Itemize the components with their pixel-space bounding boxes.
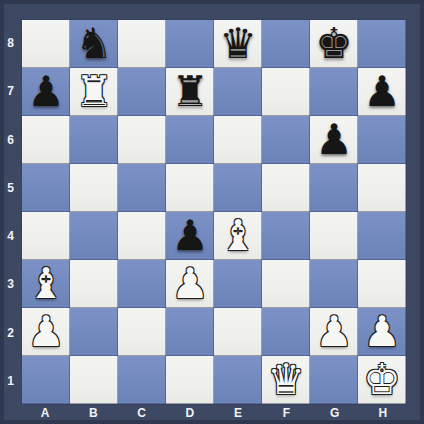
rank-label-8: 8 — [0, 19, 21, 67]
white-pawn[interactable]: ♟ — [310, 308, 358, 356]
square-f8[interactable] — [262, 20, 310, 68]
square-h4[interactable] — [358, 212, 406, 260]
square-c1[interactable] — [118, 356, 166, 404]
square-e7[interactable] — [214, 68, 262, 116]
square-g6[interactable]: ♟ — [310, 116, 358, 164]
square-c5[interactable] — [118, 164, 166, 212]
square-d6[interactable] — [166, 116, 214, 164]
black-knight[interactable]: ♞ — [70, 20, 118, 68]
rank-label-3: 3 — [0, 260, 21, 308]
square-a6[interactable] — [22, 116, 70, 164]
square-h2[interactable]: ♟ — [358, 308, 406, 356]
white-bishop[interactable]: ♝ — [214, 212, 262, 260]
square-g8[interactable]: ♚ — [310, 20, 358, 68]
square-f6[interactable] — [262, 116, 310, 164]
square-f4[interactable] — [262, 212, 310, 260]
square-h7[interactable]: ♟ — [358, 68, 406, 116]
square-g3[interactable] — [310, 260, 358, 308]
rank-label-6: 6 — [0, 116, 21, 164]
rank-label-7: 7 — [0, 67, 21, 115]
white-pawn[interactable]: ♟ — [358, 308, 406, 356]
black-pawn[interactable]: ♟ — [310, 116, 358, 164]
square-e2[interactable] — [214, 308, 262, 356]
black-pawn[interactable]: ♟ — [22, 68, 70, 116]
square-h6[interactable] — [358, 116, 406, 164]
square-g1[interactable] — [310, 356, 358, 404]
square-e5[interactable] — [214, 164, 262, 212]
square-h1[interactable]: ♚ — [358, 356, 406, 404]
file-label-a: A — [21, 404, 69, 421]
square-h8[interactable] — [358, 20, 406, 68]
rank-label-2: 2 — [0, 309, 21, 357]
file-label-d: D — [166, 404, 214, 421]
square-a4[interactable] — [22, 212, 70, 260]
square-h5[interactable] — [358, 164, 406, 212]
square-e4[interactable]: ♝ — [214, 212, 262, 260]
file-labels: ABCDEFGH — [21, 404, 407, 421]
rank-label-4: 4 — [0, 212, 21, 260]
file-label-f: F — [262, 404, 310, 421]
square-a1[interactable] — [22, 356, 70, 404]
square-g5[interactable] — [310, 164, 358, 212]
square-b8[interactable]: ♞ — [70, 20, 118, 68]
square-a7[interactable]: ♟ — [22, 68, 70, 116]
file-label-b: B — [69, 404, 117, 421]
white-pawn[interactable]: ♟ — [166, 260, 214, 308]
white-queen[interactable]: ♛ — [262, 356, 310, 404]
square-g4[interactable] — [310, 212, 358, 260]
square-f2[interactable] — [262, 308, 310, 356]
square-c6[interactable] — [118, 116, 166, 164]
black-rook[interactable]: ♜ — [166, 68, 214, 116]
square-a5[interactable] — [22, 164, 70, 212]
square-c3[interactable] — [118, 260, 166, 308]
rank-label-1: 1 — [0, 357, 21, 405]
chess-board[interactable]: ♞♛♚♟♜♜♟♟♟♝♝♟♟♟♟♛♚ — [21, 19, 407, 405]
square-d5[interactable] — [166, 164, 214, 212]
square-b4[interactable] — [70, 212, 118, 260]
square-e6[interactable] — [214, 116, 262, 164]
square-e1[interactable] — [214, 356, 262, 404]
square-g7[interactable] — [310, 68, 358, 116]
rank-label-5: 5 — [0, 164, 21, 212]
black-pawn[interactable]: ♟ — [358, 68, 406, 116]
file-label-g: G — [311, 404, 359, 421]
square-g2[interactable]: ♟ — [310, 308, 358, 356]
white-rook[interactable]: ♜ — [70, 68, 118, 116]
square-d1[interactable] — [166, 356, 214, 404]
chess-board-widget: 87654321 ♞♛♚♟♜♜♟♟♟♝♝♟♟♟♟♛♚ ABCDEFGH — [0, 0, 424, 424]
file-label-c: C — [118, 404, 166, 421]
square-d2[interactable] — [166, 308, 214, 356]
square-e8[interactable]: ♛ — [214, 20, 262, 68]
white-king[interactable]: ♚ — [358, 356, 406, 404]
square-c8[interactable] — [118, 20, 166, 68]
black-pawn[interactable]: ♟ — [166, 212, 214, 260]
black-king[interactable]: ♚ — [310, 20, 358, 68]
square-b1[interactable] — [70, 356, 118, 404]
black-queen[interactable]: ♛ — [214, 20, 262, 68]
square-f7[interactable] — [262, 68, 310, 116]
square-b3[interactable] — [70, 260, 118, 308]
square-a8[interactable] — [22, 20, 70, 68]
square-b6[interactable] — [70, 116, 118, 164]
square-b2[interactable] — [70, 308, 118, 356]
square-b5[interactable] — [70, 164, 118, 212]
rank-labels: 87654321 — [0, 19, 21, 405]
square-d3[interactable]: ♟ — [166, 260, 214, 308]
white-bishop[interactable]: ♝ — [22, 260, 70, 308]
square-h3[interactable] — [358, 260, 406, 308]
square-c2[interactable] — [118, 308, 166, 356]
square-f3[interactable] — [262, 260, 310, 308]
square-f1[interactable]: ♛ — [262, 356, 310, 404]
square-c4[interactable] — [118, 212, 166, 260]
square-a2[interactable]: ♟ — [22, 308, 70, 356]
square-d8[interactable] — [166, 20, 214, 68]
file-label-h: H — [359, 404, 407, 421]
square-d7[interactable]: ♜ — [166, 68, 214, 116]
square-e3[interactable] — [214, 260, 262, 308]
file-label-e: E — [214, 404, 262, 421]
square-a3[interactable]: ♝ — [22, 260, 70, 308]
square-d4[interactable]: ♟ — [166, 212, 214, 260]
square-f5[interactable] — [262, 164, 310, 212]
white-pawn[interactable]: ♟ — [22, 308, 70, 356]
square-c7[interactable] — [118, 68, 166, 116]
square-b7[interactable]: ♜ — [70, 68, 118, 116]
